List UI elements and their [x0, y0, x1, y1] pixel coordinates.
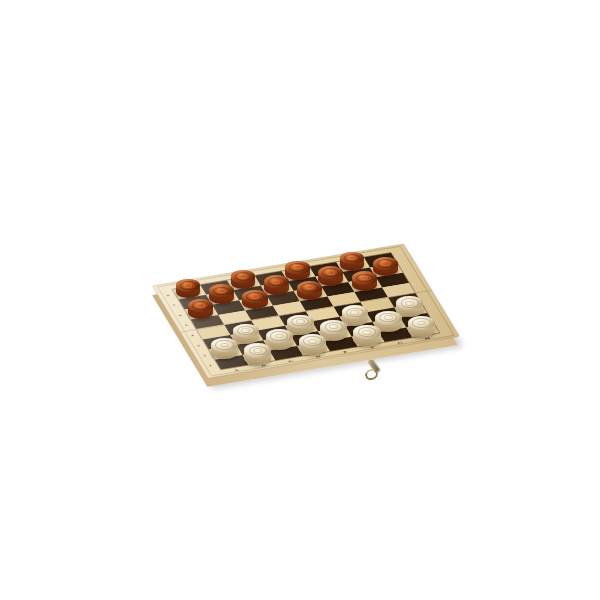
rank-label-8: 8 [162, 293, 174, 297]
brass-clasp [362, 358, 386, 378]
file-label-b: B [258, 363, 269, 368]
file-label-d: D [313, 354, 324, 359]
rank-label-7: 7 [168, 303, 180, 307]
rank-label-1: 1 [205, 364, 217, 368]
file-label-a: A [231, 368, 242, 373]
file-label-f: F [367, 345, 378, 350]
rank-label-3: 3 [193, 344, 205, 348]
rank-label-2: 2 [199, 354, 211, 358]
rank-label-5: 5 [180, 323, 192, 327]
product-photo: ABCDEFGH 12345678 [0, 0, 600, 600]
file-label-e: E [340, 350, 351, 355]
rank-label-4: 4 [186, 333, 198, 337]
checkers-board: ABCDEFGH 12345678 [152, 244, 460, 379]
rank-label-6: 6 [174, 313, 186, 317]
file-label-h: H [422, 336, 433, 341]
file-label-c: C [286, 359, 297, 364]
file-label-g: G [395, 340, 406, 345]
